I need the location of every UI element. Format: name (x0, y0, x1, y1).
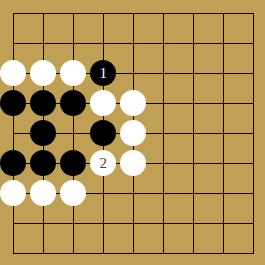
stones-layer: 12 (0, 0, 265, 265)
stone-white (60, 60, 86, 86)
stone-black (0, 150, 26, 176)
stone-white (120, 90, 146, 116)
stone-white (0, 60, 26, 86)
stone-white (30, 60, 56, 86)
go-board: 12 (0, 0, 265, 265)
stone-white (120, 120, 146, 146)
stone-black (30, 120, 56, 146)
stone-black (60, 150, 86, 176)
stone-white (120, 150, 146, 176)
stone-black (0, 90, 26, 116)
stone-white (60, 180, 86, 206)
stone-black (60, 90, 86, 116)
stone-black (30, 90, 56, 116)
stone-white (90, 90, 116, 116)
stone-white-move-2: 2 (90, 150, 116, 176)
stone-black (90, 120, 116, 146)
stone-black (30, 150, 56, 176)
move-number-label: 1 (100, 66, 108, 81)
move-number-label: 2 (100, 156, 108, 171)
stone-black-move-1: 1 (90, 60, 116, 86)
stone-white (30, 180, 56, 206)
stone-white (0, 180, 26, 206)
